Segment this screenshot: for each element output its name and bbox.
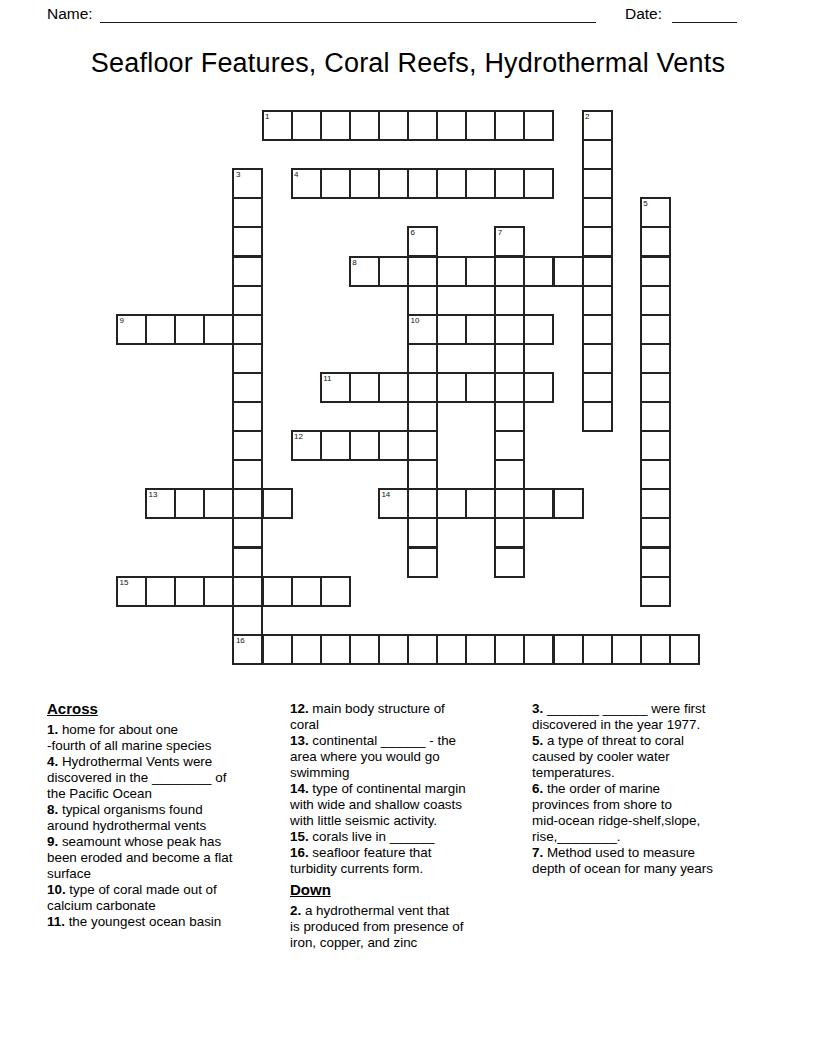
grid-cell-r13c3[interactable] [203,488,234,519]
cell-number-8: 8 [352,258,356,267]
grid-cell-r2c11[interactable] [436,168,467,199]
clue-number: 10. [47,882,66,897]
grid-cell-r11c10[interactable] [407,430,438,461]
grid-cell-r2c13[interactable] [494,168,525,199]
clue-number: 4. [47,754,58,769]
grid-cell-r9c9[interactable] [378,372,409,403]
name-blank-line[interactable] [100,6,596,23]
grid-cell-r9c18[interactable] [640,372,671,403]
grid-cell-r10c18[interactable] [640,401,671,432]
grid-cell-r3c18[interactable]: 5 [640,197,671,228]
grid-cell-r5c11[interactable] [436,256,467,287]
grid-cell-r5c16[interactable] [582,256,613,287]
cell-number-3: 3 [236,170,240,179]
cell-number-9: 9 [120,316,124,325]
cell-number-7: 7 [498,228,502,237]
clues-column-across: Across1. home for about one -fourth of a… [47,701,271,930]
grid-cell-r0c13[interactable] [494,110,525,141]
grid-cell-r7c12[interactable] [465,314,496,345]
cell-number-15: 15 [120,578,129,587]
grid-cell-r15c18[interactable] [640,547,671,578]
grid-cell-r18c18[interactable] [640,634,671,665]
grid-cell-r13c5[interactable] [262,488,293,519]
cell-number-10: 10 [411,316,420,325]
grid-cell-r11c6[interactable]: 12 [291,430,322,461]
clue-number: 3. [532,701,543,716]
cell-number-16: 16 [236,636,245,645]
grid-cell-r2c14[interactable] [523,168,554,199]
grid-cell-r16c7[interactable] [320,576,351,607]
grid-cell-r0c6[interactable] [291,110,322,141]
grid-cell-r7c2[interactable] [174,314,205,345]
grid-cell-r11c4[interactable] [232,430,263,461]
grid-cell-r18c8[interactable] [349,634,380,665]
grid-cell-r15c10[interactable] [407,547,438,578]
clue-number: 16. [290,845,309,860]
grid-cell-r8c10[interactable] [407,343,438,374]
grid-cell-r8c4[interactable] [232,343,263,374]
grid-cell-r6c4[interactable] [232,285,263,316]
grid-cell-r7c0[interactable]: 9 [116,314,147,345]
grid-cell-r13c18[interactable] [640,488,671,519]
grid-cell-r0c11[interactable] [436,110,467,141]
clue-number: 15. [290,829,309,844]
grid-cell-r18c9[interactable] [378,634,409,665]
grid-cell-r18c15[interactable] [553,634,584,665]
clue-number: 14. [290,781,309,796]
clue-number: 9. [47,834,58,849]
clue-text: _______ ______ were first discovered in … [532,701,705,732]
clue-number: 6. [532,781,543,796]
grid-cell-r4c16[interactable] [582,226,613,257]
grid-cell-r13c9[interactable]: 14 [378,488,409,519]
grid-cell-r18c17[interactable] [611,634,642,665]
grid-cell-r9c10[interactable] [407,372,438,403]
clue-text: home for about one -fourth of all marine… [47,722,211,753]
grid-cell-r8c16[interactable] [582,343,613,374]
clue-14: 14. type of continental margin with wide… [290,781,530,829]
clue-15: 15. corals live in ______ [290,829,530,845]
grid-cell-r4c10[interactable]: 6 [407,226,438,257]
clue-text: type of coral made out of calcium carbon… [47,882,217,913]
grid-cell-r0c16[interactable]: 2 [582,110,613,141]
grid-cell-r15c4[interactable] [232,547,263,578]
cell-number-5: 5 [643,199,647,208]
grid-cell-r16c4[interactable] [232,576,263,607]
grid-cell-r6c13[interactable] [494,285,525,316]
clue-number: 7. [532,845,543,860]
grid-cell-r14c10[interactable] [407,517,438,548]
clue-number: 11. [47,914,65,929]
grid-cell-r0c8[interactable] [349,110,380,141]
grid-cell-r16c3[interactable] [203,576,234,607]
clue-text: continental ______ - the area where you … [290,733,456,780]
grid-cell-r16c0[interactable]: 15 [116,576,147,607]
cell-number-1: 1 [265,112,269,121]
grid-cell-r11c18[interactable] [640,430,671,461]
clue-text: seamount whose peak has been eroded and … [47,834,232,881]
grid-cell-r9c16[interactable] [582,372,613,403]
grid-cell-r3c4[interactable] [232,197,263,228]
grid-cell-r13c10[interactable] [407,488,438,519]
grid-cell-r3c16[interactable] [582,197,613,228]
grid-cell-r9c13[interactable] [494,372,525,403]
cell-number-4: 4 [294,170,298,179]
grid-cell-r7c18[interactable] [640,314,671,345]
clue-number: 8. [47,802,58,817]
grid-cell-r8c18[interactable] [640,343,671,374]
clue-1: 1. home for about one -fourth of all mar… [47,722,271,754]
grid-cell-r18c12[interactable] [465,634,496,665]
grid-cell-r5c15[interactable] [553,256,584,287]
grid-cell-r11c13[interactable] [494,430,525,461]
grid-cell-r7c13[interactable] [494,314,525,345]
grid-cell-r5c10[interactable] [407,256,438,287]
grid-cell-r5c9[interactable] [378,256,409,287]
grid-cell-r18c5[interactable] [262,634,293,665]
page-title: Seafloor Features, Coral Reefs, Hydrothe… [0,48,816,79]
grid-cell-r15c13[interactable] [494,547,525,578]
clue-text: Hydrothermal Vents were discovered in th… [47,754,226,801]
clue-3: 3. _______ ______ were first discovered … [532,701,770,733]
grid-cell-r7c11[interactable] [436,314,467,345]
clue-13: 13. continental ______ - the area where … [290,733,530,781]
grid-cell-r16c18[interactable] [640,576,671,607]
clue-number: 2. [290,903,301,918]
cell-number-2: 2 [585,112,589,121]
clue-text: Method used to measure depth of ocean fo… [532,845,713,876]
grid-cell-r12c10[interactable] [407,459,438,490]
grid-cell-r18c19[interactable] [669,634,700,665]
clue-8: 8. typical organisms found around hydrot… [47,802,271,834]
grid-cell-r10c4[interactable] [232,401,263,432]
grid-cell-r14c4[interactable] [232,517,263,548]
grid-cell-r0c14[interactable] [523,110,554,141]
clue-2: 2. a hydrothermal vent that is produced … [290,903,530,951]
clue-number: 5. [532,733,543,748]
clue-6: 6. the order of marine provinces from sh… [532,781,770,845]
grid-cell-r9c14[interactable] [523,372,554,403]
grid-cell-r12c18[interactable] [640,459,671,490]
grid-cell-r8c13[interactable] [494,343,525,374]
grid-cell-r7c4[interactable] [232,314,263,345]
clue-number: 12. [290,701,309,716]
cell-number-14: 14 [381,490,390,499]
clue-12: 12. main body structure of coral [290,701,530,733]
grid-cell-r9c8[interactable] [349,372,380,403]
grid-cell-r2c10[interactable] [407,168,438,199]
clue-16: 16. seafloor feature that turbidity curr… [290,845,530,877]
grid-cell-r9c12[interactable] [465,372,496,403]
grid-cell-r1c16[interactable] [582,139,613,170]
clue-text: typical organisms found around hydrother… [47,802,206,833]
grid-cell-r2c8[interactable] [349,168,380,199]
grid-cell-r16c5[interactable] [262,576,293,607]
grid-cell-r11c8[interactable] [349,430,380,461]
grid-cell-r14c13[interactable] [494,517,525,548]
clue-7: 7. Method used to measure depth of ocean… [532,845,770,877]
grid-cell-r0c5[interactable]: 1 [262,110,293,141]
grid-cell-r7c3[interactable] [203,314,234,345]
grid-cell-r7c1[interactable] [145,314,176,345]
grid-cell-r13c15[interactable] [553,488,584,519]
grid-cell-r16c2[interactable] [174,576,205,607]
grid-cell-r13c14[interactable] [523,488,554,519]
grid-cell-r4c18[interactable] [640,226,671,257]
worksheet-page: Name: Date: Seafloor Features, Coral Ree… [0,0,816,1056]
grid-cell-r7c10[interactable]: 10 [407,314,438,345]
cell-number-12: 12 [294,432,303,441]
grid-cell-r18c11[interactable] [436,634,467,665]
grid-cell-r4c13[interactable]: 7 [494,226,525,257]
grid-cell-r2c6[interactable]: 4 [291,168,322,199]
grid-cell-r12c13[interactable] [494,459,525,490]
grid-cell-r10c16[interactable] [582,401,613,432]
clues-column-middle: 12. main body structure of coral13. cont… [290,701,530,951]
grid-cell-r13c11[interactable] [436,488,467,519]
grid-cell-r13c12[interactable] [465,488,496,519]
grid-cell-r2c7[interactable] [320,168,351,199]
grid-cell-r18c7[interactable] [320,634,351,665]
grid-cell-r2c4[interactable]: 3 [232,168,263,199]
grid-cell-r14c18[interactable] [640,517,671,548]
date-blank-line[interactable] [672,6,737,23]
grid-cell-r5c14[interactable] [523,256,554,287]
clue-4: 4. Hydrothermal Vents were discovered in… [47,754,271,802]
clue-text: the order of marine provinces from shore… [532,781,700,844]
clue-11: 11. the youngest ocean basin [47,914,271,930]
date-label: Date: [625,5,662,23]
clues-column-down: 3. _______ ______ were first discovered … [532,701,770,877]
grid-cell-r18c4[interactable]: 16 [232,634,263,665]
grid-cell-r2c9[interactable] [378,168,409,199]
grid-cell-r13c13[interactable] [494,488,525,519]
clue-9: 9. seamount whose peak has been eroded a… [47,834,271,882]
grid-cell-r11c7[interactable] [320,430,351,461]
cell-number-11: 11 [323,374,331,383]
clue-heading-across: Across [47,701,271,717]
grid-cell-r7c14[interactable] [523,314,554,345]
grid-cell-r5c13[interactable] [494,256,525,287]
grid-cell-r0c9[interactable] [378,110,409,141]
clue-heading-down: Down [290,882,530,898]
grid-cell-r17c4[interactable] [232,605,263,636]
grid-cell-r0c12[interactable] [465,110,496,141]
grid-cell-r5c8[interactable]: 8 [349,256,380,287]
grid-cell-r2c12[interactable] [465,168,496,199]
grid-cell-r10c13[interactable] [494,401,525,432]
cell-number-6: 6 [411,228,415,237]
clue-text: type of continental margin with wide and… [290,781,466,828]
name-label: Name: [47,5,93,23]
clue-text: seafloor feature that turbidity currents… [290,845,431,876]
grid-cell-r0c10[interactable] [407,110,438,141]
grid-cell-r6c10[interactable] [407,285,438,316]
clue-10: 10. type of coral made out of calcium ca… [47,882,271,914]
grid-cell-r5c18[interactable] [640,256,671,287]
grid-cell-r18c6[interactable] [291,634,322,665]
grid-cell-r18c10[interactable] [407,634,438,665]
clue-text: a type of threat to coral caused by cool… [532,733,684,780]
grid-cell-r9c4[interactable] [232,372,263,403]
grid-cell-r18c13[interactable] [494,634,525,665]
grid-cell-r0c7[interactable] [320,110,351,141]
grid-cell-r11c9[interactable] [378,430,409,461]
clue-text: the youngest ocean basin [69,914,222,929]
grid-cell-r2c16[interactable] [582,168,613,199]
clue-text: corals live in ______ [312,829,434,844]
clue-text: main body structure of coral [290,701,445,732]
grid-cell-r18c16[interactable] [582,634,613,665]
grid-cell-r18c14[interactable] [523,634,554,665]
clue-5: 5. a type of threat to coral caused by c… [532,733,770,781]
grid-cell-r9c7[interactable]: 11 [320,372,351,403]
grid-cell-r13c2[interactable] [174,488,205,519]
grid-cell-r7c16[interactable] [582,314,613,345]
grid-cell-r16c6[interactable] [291,576,322,607]
clue-text: a hydrothermal vent that is produced fro… [290,903,463,950]
grid-cell-r13c1[interactable]: 13 [145,488,176,519]
grid-cell-r4c4[interactable] [232,226,263,257]
grid-cell-r12c4[interactable] [232,459,263,490]
grid-cell-r16c1[interactable] [145,576,176,607]
grid-cell-r13c4[interactable] [232,488,263,519]
grid-cell-r9c11[interactable] [436,372,467,403]
grid-cell-r6c18[interactable] [640,285,671,316]
grid-cell-r6c16[interactable] [582,285,613,316]
clue-number: 13. [290,733,309,748]
grid-cell-r10c10[interactable] [407,401,438,432]
cell-number-13: 13 [149,490,158,499]
clue-number: 1. [47,722,58,737]
grid-cell-r5c4[interactable] [232,256,263,287]
grid-cell-r5c12[interactable] [465,256,496,287]
